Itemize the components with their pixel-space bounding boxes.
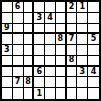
sudoku-cell-r6c8-empty[interactable]: [77, 56, 88, 67]
sudoku-cell-r1c7-given: 2: [67, 2, 78, 13]
sudoku-cell-r4c6-given: 8: [56, 34, 67, 45]
sudoku-cell-r7c4-given: 6: [34, 67, 45, 78]
sudoku-cell-r7c5-empty[interactable]: [45, 67, 56, 78]
sudoku-cell-r1c9-empty[interactable]: [88, 2, 99, 13]
sudoku-cell-r9c7-empty[interactable]: [67, 88, 78, 99]
sudoku-cell-r6c6-empty[interactable]: [56, 56, 67, 67]
sudoku-cell-r6c7-given: 8: [67, 56, 78, 67]
sudoku-cell-r1c8-given: 1: [77, 2, 88, 13]
sudoku-cell-r9c3-empty[interactable]: [24, 88, 35, 99]
sudoku-cell-r4c4-empty[interactable]: [34, 34, 45, 45]
sudoku-cell-r3c6-empty[interactable]: [56, 24, 67, 35]
sudoku-cell-r5c5-empty[interactable]: [45, 45, 56, 56]
sudoku-cell-r2c1-empty[interactable]: [2, 13, 13, 24]
sudoku-cell-r6c5-empty[interactable]: [45, 56, 56, 67]
sudoku-cell-r8c2-given: 7: [13, 77, 24, 88]
sudoku-cell-r5c6-empty[interactable]: [56, 45, 67, 56]
sudoku-cell-r5c9-empty[interactable]: [88, 45, 99, 56]
sudoku-cell-r5c3-empty[interactable]: [24, 45, 35, 56]
sudoku-cell-r7c6-empty[interactable]: [56, 67, 67, 78]
sudoku-cell-r9c6-empty[interactable]: [56, 88, 67, 99]
sudoku-cell-r5c1-given: 3: [2, 45, 13, 56]
sudoku-cell-r8c5-empty[interactable]: [45, 77, 56, 88]
sudoku-cell-r5c4-empty[interactable]: [34, 45, 45, 56]
sudoku-cell-r2c8-empty[interactable]: [77, 13, 88, 24]
sudoku-cell-r8c1-empty[interactable]: [2, 77, 13, 88]
sudoku-cell-r9c2-empty[interactable]: [13, 88, 24, 99]
sudoku-cell-r4c9-given: 5: [88, 34, 99, 45]
sudoku-cell-r2c3-empty[interactable]: [24, 13, 35, 24]
sudoku-cell-r7c9-given: 4: [88, 67, 99, 78]
sudoku-cell-r6c3-empty[interactable]: [24, 56, 35, 67]
sudoku-cell-r6c4-empty[interactable]: [34, 56, 45, 67]
sudoku-cell-r7c8-given: 3: [77, 67, 88, 78]
sudoku-cell-r2c6-empty[interactable]: [56, 13, 67, 24]
sudoku-cell-r1c4-empty[interactable]: [34, 2, 45, 13]
sudoku-cell-r2c7-empty[interactable]: [67, 13, 78, 24]
sudoku-cell-r3c3-empty[interactable]: [24, 24, 35, 35]
sudoku-cell-r3c8-empty[interactable]: [77, 24, 88, 35]
sudoku-cell-r5c2-empty[interactable]: [13, 45, 24, 56]
sudoku-cell-r3c1-given: 9: [2, 24, 13, 35]
sudoku-cell-r6c9-empty[interactable]: [88, 56, 99, 67]
sudoku-cell-r3c9-empty[interactable]: [88, 24, 99, 35]
sudoku-cell-r4c8-empty[interactable]: [77, 34, 88, 45]
sudoku-board: 62134987538634781: [0, 0, 101, 101]
sudoku-cell-r6c2-empty[interactable]: [13, 56, 24, 67]
sudoku-cell-r1c6-empty[interactable]: [56, 2, 67, 13]
sudoku-cell-r8c6-empty[interactable]: [56, 77, 67, 88]
sudoku-cell-r8c9-empty[interactable]: [88, 77, 99, 88]
sudoku-cell-r7c2-empty[interactable]: [13, 67, 24, 78]
sudoku-cell-r3c7-empty[interactable]: [67, 24, 78, 35]
sudoku-cell-r4c7-given: 7: [67, 34, 78, 45]
sudoku-cell-r8c4-empty[interactable]: [34, 77, 45, 88]
sudoku-cell-r8c8-empty[interactable]: [77, 77, 88, 88]
sudoku-cell-r5c7-empty[interactable]: [67, 45, 78, 56]
sudoku-cell-r7c7-empty[interactable]: [67, 67, 78, 78]
sudoku-cell-r4c2-empty[interactable]: [13, 34, 24, 45]
sudoku-cell-r3c4-empty[interactable]: [34, 24, 45, 35]
sudoku-cell-r9c9-empty[interactable]: [88, 88, 99, 99]
sudoku-cell-r2c4-given: 3: [34, 13, 45, 24]
sudoku-cell-r8c3-given: 8: [24, 77, 35, 88]
sudoku-cell-r5c8-empty[interactable]: [77, 45, 88, 56]
sudoku-cell-r2c9-empty[interactable]: [88, 13, 99, 24]
sudoku-cell-r4c5-empty[interactable]: [45, 34, 56, 45]
sudoku-cell-r3c5-empty[interactable]: [45, 24, 56, 35]
sudoku-cell-r8c7-empty[interactable]: [67, 77, 78, 88]
sudoku-cell-r1c1-empty[interactable]: [2, 2, 13, 13]
sudoku-cell-r6c1-empty[interactable]: [2, 56, 13, 67]
sudoku-cell-r1c2-given: 6: [13, 2, 24, 13]
sudoku-cell-r9c5-empty[interactable]: [45, 88, 56, 99]
sudoku-cell-r9c8-empty[interactable]: [77, 88, 88, 99]
sudoku-cell-r2c5-given: 4: [45, 13, 56, 24]
sudoku-cell-r1c5-empty[interactable]: [45, 2, 56, 13]
sudoku-cell-r4c1-empty[interactable]: [2, 34, 13, 45]
sudoku-cell-r1c3-empty[interactable]: [24, 2, 35, 13]
sudoku-cell-r9c4-given: 1: [34, 88, 45, 99]
sudoku-cell-r3c2-empty[interactable]: [13, 24, 24, 35]
sudoku-cell-r7c1-empty[interactable]: [2, 67, 13, 78]
sudoku-cell-r4c3-empty[interactable]: [24, 34, 35, 45]
sudoku-cell-r7c3-empty[interactable]: [24, 67, 35, 78]
sudoku-cell-r2c2-empty[interactable]: [13, 13, 24, 24]
sudoku-cell-r9c1-empty[interactable]: [2, 88, 13, 99]
